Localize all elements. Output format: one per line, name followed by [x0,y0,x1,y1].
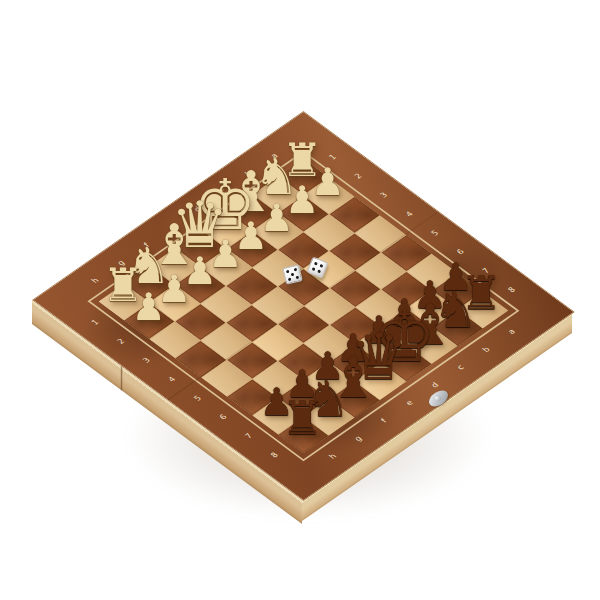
coord-left-2: 2 [112,335,129,347]
coord-left-3: 3 [138,354,155,366]
coord-left-8: 8 [266,449,283,461]
coord-right-1: 1 [324,151,341,163]
coord-left-7: 7 [240,430,257,442]
coord-left-4: 4 [163,373,180,385]
coord-left-6: 6 [215,411,232,423]
coord-bottom-c: c [452,361,469,373]
coord-bottom-g: g [350,432,367,444]
fold-seam [121,366,122,391]
coord-bottom-e: e [401,397,418,409]
coord-top-c: c [215,185,232,197]
coord-right-7: 7 [478,265,495,277]
coord-left-5: 5 [189,392,206,404]
coord-top-d: d [189,203,206,215]
coord-right-6: 6 [452,246,469,258]
coord-right-2: 2 [350,170,367,182]
coord-right-8: 8 [503,284,520,296]
coord-top-a: a [266,150,283,162]
coord-bottom-b: b [478,343,495,355]
coord-right-3: 3 [375,189,392,201]
coord-top-g: g [112,257,129,269]
coord-left-1: 1 [87,316,104,328]
coord-bottom-a: a [503,325,520,337]
clasp-knob [434,394,442,402]
coord-top-b: b [240,167,257,179]
coord-top-h: h [87,274,104,286]
coord-top-e: e [163,221,180,233]
coord-right-5: 5 [426,227,443,239]
coord-right-4: 4 [401,208,418,220]
coord-bottom-h: h [324,450,341,462]
coord-top-f: f [138,239,155,251]
chess-set-photo: 1234567812345678hgfedcbahgfedcba ♜♞♝♛♚♝♞… [0,0,600,600]
coord-bottom-f: f [375,415,392,427]
